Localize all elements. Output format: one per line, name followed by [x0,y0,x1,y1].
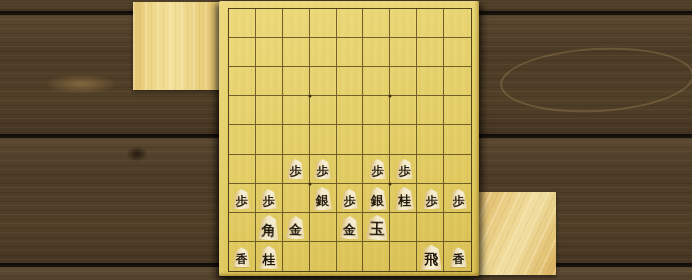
shogi-piece-pawn[interactable]: 歩 [450,189,467,209]
shogi-piece-pawn[interactable]: 歩 [260,189,277,209]
shogi-piece-bishop[interactable]: 角 [258,215,280,241]
shogi-piece-silver[interactable]: 銀 [367,187,386,210]
wood-knot [126,146,148,162]
shogi-piece-pawn[interactable]: 歩 [368,159,385,179]
wood-knot [45,74,117,94]
shogi-piece-pawn[interactable]: 歩 [287,159,304,179]
shogi-piece-knight[interactable]: 桂 [395,187,414,210]
shogi-piece-silver[interactable]: 銀 [313,187,332,210]
shogi-table-photo: 歩歩歩歩歩歩銀歩銀桂歩歩角金金玉香桂飛香 [0,0,692,280]
shogi-piece-king[interactable]: 玉 [366,215,389,241]
shogi-piece-lance[interactable]: 香 [450,247,467,267]
shogi-piece-lance[interactable]: 香 [233,247,250,267]
shogi-board: 歩歩歩歩歩歩銀歩銀桂歩歩角金金玉香桂飛香 [219,1,479,276]
shogi-piece-knight[interactable]: 桂 [259,246,278,269]
shogi-piece-gold[interactable]: 金 [286,216,306,240]
shogi-piece-pawn[interactable]: 歩 [314,159,331,179]
piece-stand-right [476,192,556,275]
shogi-piece-pawn[interactable]: 歩 [341,189,358,209]
shogi-piece-pawn[interactable]: 歩 [396,159,413,179]
shogi-piece-gold[interactable]: 金 [340,216,360,240]
shogi-piece-rook[interactable]: 飛 [421,245,442,270]
shogi-piece-pawn[interactable]: 歩 [423,189,440,209]
shogi-piece-pawn[interactable]: 歩 [233,189,250,209]
pieces-layer: 歩歩歩歩歩歩銀歩銀桂歩歩角金金玉香桂飛香 [228,8,472,272]
piece-stand-left [133,2,222,90]
